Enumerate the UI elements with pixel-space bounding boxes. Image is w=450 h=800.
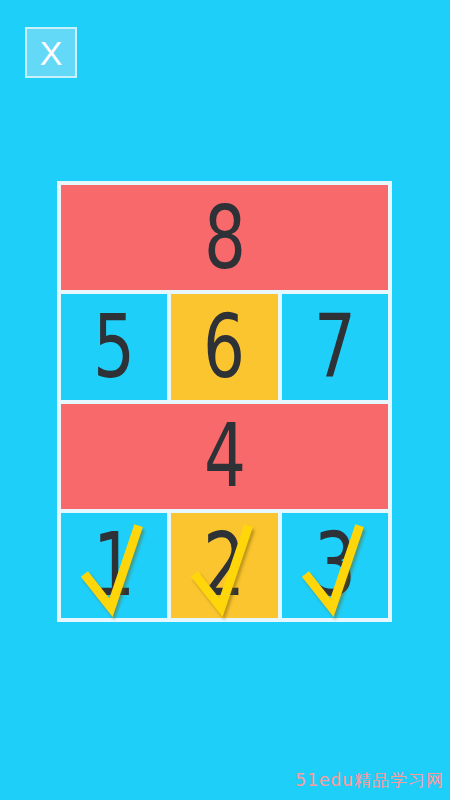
cell-3[interactable]: 3	[282, 513, 388, 618]
game-screen: X 8 5 6 7 4 1 2 3	[0, 0, 450, 800]
watermark: 51edu精品学习网	[295, 769, 444, 792]
cell-4[interactable]: 4	[61, 404, 388, 509]
cell-7[interactable]: 7	[282, 294, 388, 399]
cell-7-value: 7	[314, 303, 356, 391]
cell-8-value: 8	[204, 194, 246, 282]
cell-2[interactable]: 2	[171, 513, 277, 618]
cell-6[interactable]: 6	[171, 294, 277, 399]
cell-1[interactable]: 1	[61, 513, 167, 618]
cell-5[interactable]: 5	[61, 294, 167, 399]
cell-6-value: 6	[203, 303, 245, 391]
puzzle-board: 8 5 6 7 4 1 2 3	[57, 181, 392, 622]
close-button[interactable]: X	[25, 27, 77, 78]
cell-5-value: 5	[93, 303, 135, 391]
cell-3-value: 3	[314, 521, 356, 609]
cell-8[interactable]: 8	[61, 185, 388, 290]
cell-4-value: 4	[204, 412, 246, 500]
cell-2-value: 2	[203, 521, 245, 609]
cell-1-value: 1	[93, 521, 135, 609]
